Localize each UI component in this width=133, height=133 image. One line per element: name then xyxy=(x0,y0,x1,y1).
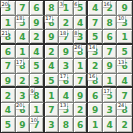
solution-digit: 5 xyxy=(5,121,11,130)
solution-digit: 9 xyxy=(5,77,11,86)
cell-r2c9[interactable]: 103 xyxy=(117,16,132,31)
solution-digit: 1 xyxy=(19,48,25,57)
cell-r7c7[interactable]: 6 xyxy=(88,88,103,103)
cell-r4c8[interactable]: 7 xyxy=(103,45,118,60)
solution-digit: 4 xyxy=(63,92,69,101)
cage-sum-label: 16 xyxy=(103,1,110,7)
solution-digit: 4 xyxy=(48,62,54,71)
cell-r9c4[interactable]: 3 xyxy=(45,117,60,132)
cell-r4c1[interactable]: 6 xyxy=(1,45,16,60)
cell-r5c7[interactable]: 2 xyxy=(88,59,103,74)
cell-r6c5[interactable]: 176 xyxy=(59,74,74,89)
cage-sum-label: 18 xyxy=(16,16,23,22)
solution-digit: 4 xyxy=(107,121,113,130)
cell-r1c1[interactable]: 203 xyxy=(1,1,16,16)
cell-r8c7[interactable]: 9 xyxy=(88,103,103,118)
cell-r7c1[interactable]: 2 xyxy=(1,88,16,103)
killer-sudoku-board: 2037683165416291185917624781032184291878… xyxy=(0,0,133,133)
solution-digit: 1 xyxy=(33,106,39,115)
cell-r7c9[interactable]: 7 xyxy=(117,88,132,103)
solution-digit: 8 xyxy=(63,121,69,130)
solution-digit: 4 xyxy=(92,4,98,13)
cell-r4c6[interactable]: 268 xyxy=(74,45,89,60)
cell-r5c2[interactable]: 178 xyxy=(16,59,31,74)
cell-r8c5[interactable]: 135 xyxy=(59,103,74,118)
cell-r1c4[interactable]: 8 xyxy=(45,1,60,16)
cell-r1c5[interactable]: 31 xyxy=(59,1,74,16)
solution-digit: 1 xyxy=(107,77,113,86)
cell-r5c5[interactable]: 3 xyxy=(59,59,74,74)
solution-digit: 3 xyxy=(63,62,69,71)
solution-digit: 2 xyxy=(48,48,54,57)
cell-r5c9[interactable]: 136 xyxy=(117,59,132,74)
cell-r8c1[interactable]: 4 xyxy=(1,103,16,118)
solution-digit: 7 xyxy=(92,19,98,28)
solution-digit: 2 xyxy=(77,106,83,115)
cell-r8c4[interactable]: 7 xyxy=(45,103,60,118)
cell-r2c2[interactable]: 185 xyxy=(16,16,31,31)
cage-sum-label: 9 xyxy=(30,88,34,94)
cell-r3c4[interactable]: 9 xyxy=(45,30,60,45)
cell-r1c7[interactable]: 4 xyxy=(88,1,103,16)
solution-digit: 2 xyxy=(5,92,11,101)
cell-r1c3[interactable]: 6 xyxy=(30,1,45,16)
cell-r9c5[interactable]: 8 xyxy=(59,117,74,132)
solution-digit: 7 xyxy=(122,92,128,101)
solution-digit: 1 xyxy=(92,121,98,130)
cell-r3c6[interactable]: 83 xyxy=(74,30,89,45)
cage-sum-label: 24 xyxy=(117,103,124,109)
cell-r6c3[interactable]: 3 xyxy=(30,74,45,89)
cell-r9c6[interactable]: 6 xyxy=(74,117,89,132)
solution-digit: 7 xyxy=(19,4,25,13)
cage-sum-label: 20 xyxy=(1,1,8,7)
cell-r3c5[interactable]: 187 xyxy=(59,30,74,45)
cell-r1c2[interactable]: 7 xyxy=(16,1,31,16)
solution-digit: 4 xyxy=(19,33,25,42)
cell-r3c2[interactable]: 4 xyxy=(16,30,31,45)
solution-digit: 5 xyxy=(33,62,39,71)
cage-sum-label: 16 xyxy=(88,74,95,80)
solution-digit: 5 xyxy=(92,33,98,42)
cell-r5c4[interactable]: 4 xyxy=(45,59,60,74)
cell-r7c6[interactable]: 9 xyxy=(74,88,89,103)
cell-r6c4[interactable]: 5 xyxy=(45,74,60,89)
cell-r8c3[interactable]: 1 xyxy=(30,103,45,118)
cell-r6c6[interactable]: 7 xyxy=(74,74,89,89)
solution-digit: 7 xyxy=(77,77,83,86)
solution-digit: 9 xyxy=(107,62,113,71)
cage-sum-label: 17 xyxy=(16,59,23,65)
cage-sum-label: 6 xyxy=(74,1,78,7)
cell-r3c8[interactable]: 6 xyxy=(103,30,118,45)
cage-sum-label: 10 xyxy=(117,16,124,22)
cell-r2c1[interactable]: 1 xyxy=(1,16,16,31)
solution-digit: 1 xyxy=(77,62,83,71)
cell-r9c3[interactable]: 107 xyxy=(30,117,45,132)
solution-digit: 1 xyxy=(63,4,69,13)
cage-sum-label: 17 xyxy=(59,74,66,80)
solution-digit: 2 xyxy=(33,33,39,42)
cell-r5c8[interactable]: 9 xyxy=(103,59,118,74)
solution-digit: 4 xyxy=(5,106,11,115)
cell-r6c1[interactable]: 9 xyxy=(1,74,16,89)
solution-digit: 8 xyxy=(107,19,113,28)
solution-digit: 2 xyxy=(63,19,69,28)
solution-digit: 5 xyxy=(122,48,128,57)
cell-r2c7[interactable]: 7 xyxy=(88,16,103,31)
cell-r4c2[interactable]: 1 xyxy=(16,45,31,60)
cage-sum-label: 8 xyxy=(74,30,78,36)
cell-r2c3[interactable]: 9 xyxy=(30,16,45,31)
cell-r6c7[interactable]: 168 xyxy=(88,74,103,89)
cell-r8c2[interactable]: 206 xyxy=(16,103,31,118)
cage-sum-label: 17 xyxy=(103,88,110,94)
solution-digit: 9 xyxy=(33,19,39,28)
solution-digit: 2 xyxy=(92,62,98,71)
cage-sum-label: 13 xyxy=(59,103,66,109)
cell-r8c6[interactable]: 2 xyxy=(74,103,89,118)
cage-sum-label: 20 xyxy=(16,103,23,109)
solution-digit: 6 xyxy=(92,92,98,101)
solution-digit: 2 xyxy=(122,121,128,130)
cell-r8c9[interactable]: 248 xyxy=(117,103,132,118)
solution-digit: 9 xyxy=(48,33,54,42)
solution-digit: 7 xyxy=(107,48,113,57)
cell-r4c5[interactable]: 9 xyxy=(59,45,74,60)
cage-sum-label: 13 xyxy=(117,59,124,65)
cell-r3c1[interactable]: 218 xyxy=(1,30,16,45)
cage-sum-label: 3 xyxy=(59,1,63,7)
solution-digit: 6 xyxy=(77,121,83,130)
cell-r8c8[interactable]: 3 xyxy=(103,103,118,118)
cell-r9c2[interactable]: 9 xyxy=(16,117,31,132)
cell-r1c6[interactable]: 65 xyxy=(74,1,89,16)
cage-sum-label: 18 xyxy=(59,30,66,36)
cell-r7c8[interactable]: 175 xyxy=(103,88,118,103)
solution-digit: 4 xyxy=(122,77,128,86)
solution-digit: 6 xyxy=(107,33,113,42)
cell-r6c2[interactable]: 2 xyxy=(16,74,31,89)
solution-digit: 9 xyxy=(63,48,69,57)
solution-digit: 5 xyxy=(48,77,54,86)
cell-r1c8[interactable]: 162 xyxy=(103,1,118,16)
solution-digit: 1 xyxy=(5,19,11,28)
cage-sum-label: 17 xyxy=(45,16,52,22)
cell-r4c7[interactable]: 143 xyxy=(88,45,103,60)
solution-digit: 4 xyxy=(33,48,39,57)
cell-r3c3[interactable]: 2 xyxy=(30,30,45,45)
solution-digit: 9 xyxy=(77,92,83,101)
cell-r6c9[interactable]: 4 xyxy=(117,74,132,89)
solution-digit: 9 xyxy=(122,4,128,13)
cage-sum-label: 14 xyxy=(88,45,95,51)
cell-r4c9[interactable]: 5 xyxy=(117,45,132,60)
solution-digit: 3 xyxy=(19,92,25,101)
solution-digit: 3 xyxy=(107,106,113,115)
cell-r9c9[interactable]: 2 xyxy=(117,117,132,132)
solution-digit: 3 xyxy=(33,77,39,86)
cell-r5c6[interactable]: 1 xyxy=(74,59,89,74)
cell-r7c4[interactable]: 1 xyxy=(45,88,60,103)
cell-r3c7[interactable]: 5 xyxy=(88,30,103,45)
cell-r2c5[interactable]: 2 xyxy=(59,16,74,31)
cage-sum-label: 26 xyxy=(74,45,81,51)
cell-r2c8[interactable]: 8 xyxy=(103,16,118,31)
cell-r5c1[interactable]: 7 xyxy=(1,59,16,74)
cell-r9c8[interactable]: 4 xyxy=(103,117,118,132)
cell-r2c6[interactable]: 4 xyxy=(74,16,89,31)
solution-digit: 6 xyxy=(5,48,11,57)
cell-r7c2[interactable]: 3 xyxy=(16,88,31,103)
solution-digit: 7 xyxy=(48,106,54,115)
solution-digit: 9 xyxy=(19,121,25,130)
solution-digit: 7 xyxy=(5,62,11,71)
solution-digit: 4 xyxy=(77,19,83,28)
cage-sum-label: 10 xyxy=(30,117,37,123)
cell-r1c9[interactable]: 9 xyxy=(117,1,132,16)
cage-sum-label: 21 xyxy=(1,30,8,36)
solution-digit: 1 xyxy=(48,92,54,101)
solution-digit: 8 xyxy=(48,4,54,13)
cell-r5c3[interactable]: 5 xyxy=(30,59,45,74)
cell-r2c4[interactable]: 176 xyxy=(45,16,60,31)
solution-digit: 9 xyxy=(92,106,98,115)
solution-digit: 1 xyxy=(122,33,128,42)
cell-r3c9[interactable]: 1 xyxy=(117,30,132,45)
solution-digit: 2 xyxy=(19,77,25,86)
solution-digit: 6 xyxy=(33,4,39,13)
cell-r4c4[interactable]: 2 xyxy=(45,45,60,60)
cell-r7c5[interactable]: 4 xyxy=(59,88,74,103)
cell-r4c3[interactable]: 4 xyxy=(30,45,45,60)
solution-digit: 3 xyxy=(48,121,54,130)
cell-r9c7[interactable]: 1 xyxy=(88,117,103,132)
cell-r9c1[interactable]: 5 xyxy=(1,117,16,132)
cell-r6c8[interactable]: 1 xyxy=(103,74,118,89)
cell-r7c3[interactable]: 98 xyxy=(30,88,45,103)
